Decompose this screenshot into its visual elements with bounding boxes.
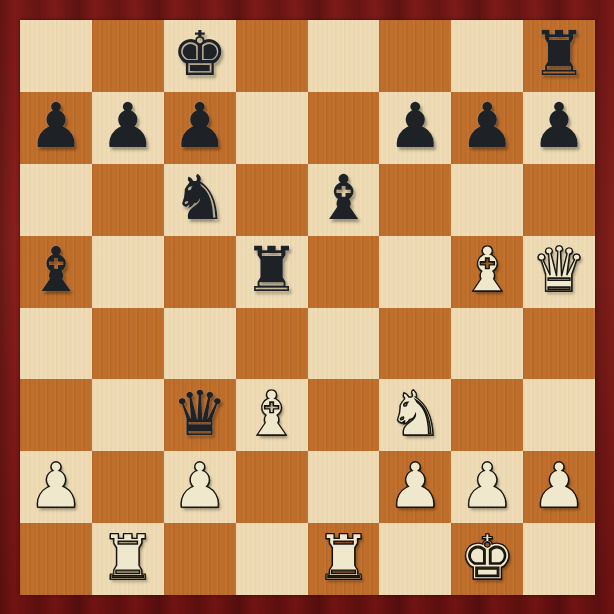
square-f4[interactable] (379, 308, 451, 380)
piece-white-pawn[interactable]: ♟ (531, 451, 587, 520)
square-g5[interactable]: ♝ (451, 236, 523, 308)
square-a1[interactable] (20, 523, 92, 595)
square-d4[interactable] (236, 308, 308, 380)
piece-black-pawn[interactable]: ♟ (459, 92, 515, 161)
square-e3[interactable] (308, 379, 380, 451)
square-d3[interactable]: ♝ (236, 379, 308, 451)
square-c1[interactable] (164, 523, 236, 595)
square-d1[interactable] (236, 523, 308, 595)
square-c5[interactable] (164, 236, 236, 308)
square-c7[interactable]: ♟ (164, 92, 236, 164)
square-g4[interactable] (451, 308, 523, 380)
square-a2[interactable]: ♟ (20, 451, 92, 523)
square-h4[interactable] (523, 308, 595, 380)
piece-white-pawn[interactable]: ♟ (459, 451, 515, 520)
piece-white-rook[interactable]: ♜ (316, 523, 372, 592)
square-c2[interactable]: ♟ (164, 451, 236, 523)
square-d5[interactable]: ♜ (236, 236, 308, 308)
piece-black-pawn[interactable]: ♟ (28, 92, 84, 161)
square-d8[interactable] (236, 20, 308, 92)
square-b5[interactable] (92, 236, 164, 308)
square-b2[interactable] (92, 451, 164, 523)
square-g7[interactable]: ♟ (451, 92, 523, 164)
chess-board: ♚♜♟♟♟♟♟♟♞♝♝♜♝♛♛♝♞♟♟♟♟♟♜♜♚ (20, 20, 595, 595)
square-h5[interactable]: ♛ (523, 236, 595, 308)
square-e6[interactable]: ♝ (308, 164, 380, 236)
board-frame: ♚♜♟♟♟♟♟♟♞♝♝♜♝♛♛♝♞♟♟♟♟♟♜♜♚ (0, 0, 614, 614)
piece-black-king[interactable]: ♚ (172, 20, 228, 89)
square-a4[interactable] (20, 308, 92, 380)
square-c8[interactable]: ♚ (164, 20, 236, 92)
square-h7[interactable]: ♟ (523, 92, 595, 164)
square-e8[interactable] (308, 20, 380, 92)
piece-white-rook[interactable]: ♜ (100, 523, 156, 592)
piece-white-bishop[interactable]: ♝ (244, 379, 300, 448)
square-h6[interactable] (523, 164, 595, 236)
square-g6[interactable] (451, 164, 523, 236)
square-d7[interactable] (236, 92, 308, 164)
square-c6[interactable]: ♞ (164, 164, 236, 236)
square-f6[interactable] (379, 164, 451, 236)
piece-white-knight[interactable]: ♞ (388, 379, 444, 448)
square-a7[interactable]: ♟ (20, 92, 92, 164)
square-e4[interactable] (308, 308, 380, 380)
square-e2[interactable] (308, 451, 380, 523)
square-h3[interactable] (523, 379, 595, 451)
piece-black-bishop[interactable]: ♝ (316, 164, 372, 233)
piece-white-pawn[interactable]: ♟ (388, 451, 444, 520)
square-c3[interactable]: ♛ (164, 379, 236, 451)
square-a6[interactable] (20, 164, 92, 236)
piece-white-bishop[interactable]: ♝ (459, 236, 515, 305)
square-f2[interactable]: ♟ (379, 451, 451, 523)
piece-black-pawn[interactable]: ♟ (100, 92, 156, 161)
square-d2[interactable] (236, 451, 308, 523)
piece-white-pawn[interactable]: ♟ (28, 451, 84, 520)
square-h2[interactable]: ♟ (523, 451, 595, 523)
square-f8[interactable] (379, 20, 451, 92)
square-d6[interactable] (236, 164, 308, 236)
piece-white-king[interactable]: ♚ (459, 523, 515, 592)
square-f1[interactable] (379, 523, 451, 595)
piece-black-bishop[interactable]: ♝ (28, 236, 84, 305)
square-g1[interactable]: ♚ (451, 523, 523, 595)
square-g3[interactable] (451, 379, 523, 451)
piece-black-knight[interactable]: ♞ (172, 164, 228, 233)
square-h1[interactable] (523, 523, 595, 595)
square-b4[interactable] (92, 308, 164, 380)
square-a5[interactable]: ♝ (20, 236, 92, 308)
piece-black-pawn[interactable]: ♟ (172, 92, 228, 161)
piece-black-rook[interactable]: ♜ (244, 236, 300, 305)
piece-black-pawn[interactable]: ♟ (531, 92, 587, 161)
square-g8[interactable] (451, 20, 523, 92)
square-c4[interactable] (164, 308, 236, 380)
piece-white-pawn[interactable]: ♟ (172, 451, 228, 520)
square-b7[interactable]: ♟ (92, 92, 164, 164)
piece-black-rook[interactable]: ♜ (531, 20, 587, 89)
square-a8[interactable] (20, 20, 92, 92)
square-e1[interactable]: ♜ (308, 523, 380, 595)
square-h8[interactable]: ♜ (523, 20, 595, 92)
square-e5[interactable] (308, 236, 380, 308)
square-b1[interactable]: ♜ (92, 523, 164, 595)
piece-black-pawn[interactable]: ♟ (388, 92, 444, 161)
square-f5[interactable] (379, 236, 451, 308)
square-f3[interactable]: ♞ (379, 379, 451, 451)
square-a3[interactable] (20, 379, 92, 451)
square-b6[interactable] (92, 164, 164, 236)
square-b8[interactable] (92, 20, 164, 92)
square-g2[interactable]: ♟ (451, 451, 523, 523)
piece-white-queen[interactable]: ♛ (531, 236, 587, 305)
piece-black-queen[interactable]: ♛ (172, 379, 228, 448)
square-f7[interactable]: ♟ (379, 92, 451, 164)
square-b3[interactable] (92, 379, 164, 451)
square-e7[interactable] (308, 92, 380, 164)
